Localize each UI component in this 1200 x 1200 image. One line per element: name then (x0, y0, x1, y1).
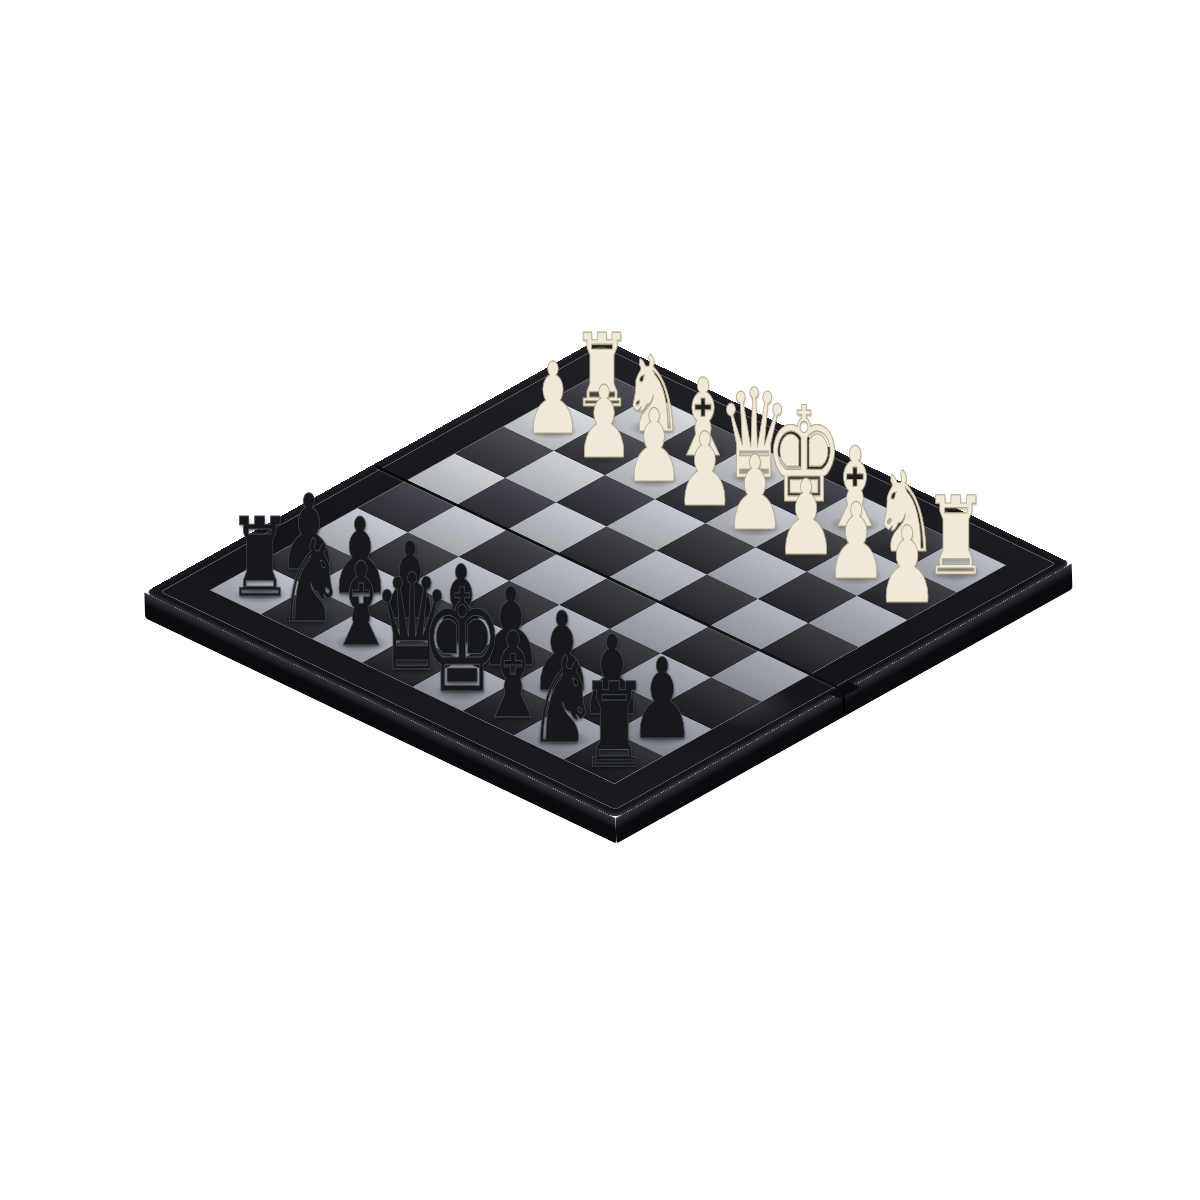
pawn-glyph: ♟ (875, 513, 938, 619)
pieces-layer: ♜♞♝♚♛♝♞♜♟♟♟♟♟♟♟♟♟♟♟♟♟♟♟♟♜♞♝♚♛♝♞♜ (0, 0, 1200, 1200)
piece-black-rook-a8[interactable]: ♜ (579, 667, 648, 784)
piece-white-pawn-a2[interactable]: ♟ (875, 513, 938, 619)
rook-glyph: ♜ (579, 667, 648, 784)
